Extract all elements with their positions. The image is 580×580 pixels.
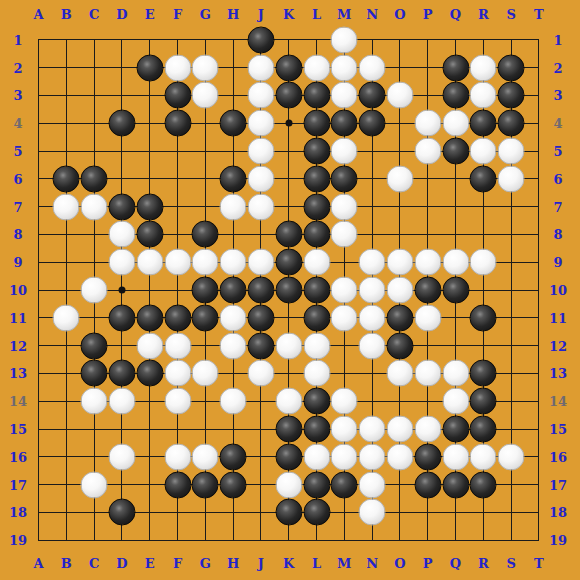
stone-white-N18: [359, 499, 386, 526]
row-label-left-12: 12: [9, 339, 27, 352]
col-label-bottom-A: A: [33, 557, 43, 570]
stone-white-M5: [331, 138, 358, 165]
col-label-top-M: M: [337, 8, 351, 21]
stone-white-R3: [470, 82, 497, 109]
stone-white-S6: [498, 165, 525, 192]
row-label-right-14: 14: [549, 395, 567, 408]
col-label-bottom-F: F: [173, 557, 182, 570]
star-point-K4: [285, 120, 292, 127]
stone-black-K10: [275, 277, 302, 304]
stone-black-E8: [136, 221, 163, 248]
stone-black-L10: [303, 277, 330, 304]
stone-white-C14: [81, 388, 108, 415]
stone-white-H7: [220, 193, 247, 220]
stone-black-R14: [470, 388, 497, 415]
row-label-left-5: 5: [13, 145, 22, 158]
stone-white-N2: [359, 54, 386, 81]
stone-black-H4: [220, 110, 247, 137]
stone-white-K17: [275, 471, 302, 498]
stone-white-N12: [359, 332, 386, 359]
grid-line-horizontal-19: [38, 540, 539, 541]
stone-black-K9: [275, 249, 302, 276]
stone-white-L12: [303, 332, 330, 359]
stone-black-D11: [108, 304, 135, 331]
col-label-top-S: S: [506, 8, 515, 21]
stone-white-J2: [247, 54, 274, 81]
stone-black-F11: [164, 304, 191, 331]
stone-white-J5: [247, 138, 274, 165]
stone-black-K8: [275, 221, 302, 248]
stone-white-O6: [386, 165, 413, 192]
stone-black-O12: [386, 332, 413, 359]
col-label-top-D: D: [116, 8, 127, 21]
col-label-bottom-L: L: [312, 557, 321, 570]
stone-white-F12: [164, 332, 191, 359]
stone-black-K15: [275, 416, 302, 443]
row-label-left-9: 9: [13, 256, 22, 269]
row-label-right-18: 18: [549, 506, 567, 519]
row-label-right-6: 6: [553, 172, 562, 185]
stone-black-G17: [192, 471, 219, 498]
stone-white-O16: [386, 443, 413, 470]
stone-black-R17: [470, 471, 497, 498]
stone-black-F3: [164, 82, 191, 109]
stone-black-L11: [303, 304, 330, 331]
stone-black-F4: [164, 110, 191, 137]
stone-black-Q17: [442, 471, 469, 498]
stone-white-H9: [220, 249, 247, 276]
col-label-bottom-B: B: [61, 557, 72, 570]
stone-black-D7: [108, 193, 135, 220]
stone-black-L5: [303, 138, 330, 165]
stone-white-E9: [136, 249, 163, 276]
col-label-bottom-Q: Q: [450, 557, 461, 570]
row-label-left-7: 7: [13, 200, 22, 213]
stone-white-P5: [414, 138, 441, 165]
row-label-left-15: 15: [9, 423, 27, 436]
go-board[interactable]: AABBCCDDEEFFGGHHJJKKLLMMNNOOPPQQRRSSTT11…: [0, 0, 580, 580]
stone-white-J3: [247, 82, 274, 109]
col-label-top-T: T: [534, 8, 544, 21]
stone-black-N3: [359, 82, 386, 109]
col-label-bottom-E: E: [145, 557, 155, 570]
stone-black-R6: [470, 165, 497, 192]
row-label-right-10: 10: [549, 284, 567, 297]
stone-black-R4: [470, 110, 497, 137]
stone-white-N9: [359, 249, 386, 276]
row-label-right-19: 19: [549, 534, 567, 547]
stone-white-M15: [331, 416, 358, 443]
stone-black-K2: [275, 54, 302, 81]
row-label-right-16: 16: [549, 450, 567, 463]
stone-white-G3: [192, 82, 219, 109]
stone-white-M1: [331, 26, 358, 53]
stone-black-G8: [192, 221, 219, 248]
stone-white-F9: [164, 249, 191, 276]
col-label-top-G: G: [200, 8, 211, 21]
col-label-bottom-G: G: [200, 557, 211, 570]
stone-white-Q4: [442, 110, 469, 137]
stone-black-E2: [136, 54, 163, 81]
row-label-right-13: 13: [549, 367, 567, 380]
stone-white-P9: [414, 249, 441, 276]
row-label-left-13: 13: [9, 367, 27, 380]
stone-white-Q9: [442, 249, 469, 276]
stone-white-D8: [108, 221, 135, 248]
stone-white-P13: [414, 360, 441, 387]
col-label-top-L: L: [312, 8, 321, 21]
stone-black-P17: [414, 471, 441, 498]
stone-white-G2: [192, 54, 219, 81]
row-label-left-2: 2: [13, 61, 22, 74]
stone-white-D14: [108, 388, 135, 415]
col-label-bottom-T: T: [534, 557, 544, 570]
stone-black-P16: [414, 443, 441, 470]
stone-black-K3: [275, 82, 302, 109]
stone-black-H6: [220, 165, 247, 192]
row-label-left-17: 17: [9, 478, 27, 491]
stone-white-K12: [275, 332, 302, 359]
stone-white-J13: [247, 360, 274, 387]
grid-line-horizontal-1: [38, 39, 539, 40]
stone-black-S3: [498, 82, 525, 109]
col-label-bottom-P: P: [423, 557, 433, 570]
stone-black-E11: [136, 304, 163, 331]
star-point-D10: [118, 287, 125, 294]
stone-black-L14: [303, 388, 330, 415]
stone-black-Q2: [442, 54, 469, 81]
stone-white-M16: [331, 443, 358, 470]
stone-white-G9: [192, 249, 219, 276]
col-label-bottom-R: R: [478, 557, 489, 570]
stone-white-H11: [220, 304, 247, 331]
stone-white-C17: [81, 471, 108, 498]
stone-black-D18: [108, 499, 135, 526]
stone-white-M8: [331, 221, 358, 248]
row-label-left-1: 1: [13, 33, 22, 46]
stone-white-L9: [303, 249, 330, 276]
grid-line-horizontal-6: [38, 178, 539, 179]
col-label-top-J: J: [258, 8, 264, 21]
stone-black-R13: [470, 360, 497, 387]
row-label-right-8: 8: [553, 228, 562, 241]
stone-black-K16: [275, 443, 302, 470]
col-label-top-P: P: [423, 8, 433, 21]
stone-white-O10: [386, 277, 413, 304]
stone-black-C6: [81, 165, 108, 192]
stone-black-J10: [247, 277, 274, 304]
stone-black-L17: [303, 471, 330, 498]
stone-black-N4: [359, 110, 386, 137]
stone-white-M3: [331, 82, 358, 109]
stone-white-E12: [136, 332, 163, 359]
stone-black-G11: [192, 304, 219, 331]
stone-white-M14: [331, 388, 358, 415]
stone-white-O3: [386, 82, 413, 109]
row-label-right-11: 11: [549, 311, 567, 324]
stone-black-D13: [108, 360, 135, 387]
stone-white-R9: [470, 249, 497, 276]
stone-white-P4: [414, 110, 441, 137]
stone-white-S5: [498, 138, 525, 165]
stone-white-J7: [247, 193, 274, 220]
col-label-top-K: K: [283, 8, 294, 21]
stone-white-H14: [220, 388, 247, 415]
stone-white-N17: [359, 471, 386, 498]
stone-black-F17: [164, 471, 191, 498]
stone-black-L7: [303, 193, 330, 220]
stone-white-R16: [470, 443, 497, 470]
col-label-top-C: C: [89, 8, 99, 21]
col-label-top-R: R: [478, 8, 489, 21]
col-label-top-B: B: [61, 8, 72, 21]
col-label-top-O: O: [394, 8, 405, 21]
stone-black-L6: [303, 165, 330, 192]
stone-black-R11: [470, 304, 497, 331]
stone-black-D4: [108, 110, 135, 137]
stone-white-L2: [303, 54, 330, 81]
stone-white-O9: [386, 249, 413, 276]
stone-white-L16: [303, 443, 330, 470]
stone-white-J9: [247, 249, 274, 276]
row-label-left-8: 8: [13, 228, 22, 241]
row-label-right-17: 17: [549, 478, 567, 491]
col-label-top-F: F: [173, 8, 182, 21]
stone-white-F13: [164, 360, 191, 387]
stone-white-G16: [192, 443, 219, 470]
stone-white-D16: [108, 443, 135, 470]
stone-black-Q15: [442, 416, 469, 443]
stone-white-M7: [331, 193, 358, 220]
stone-black-Q10: [442, 277, 469, 304]
row-label-right-3: 3: [553, 89, 562, 102]
stone-black-C13: [81, 360, 108, 387]
stone-white-D9: [108, 249, 135, 276]
stone-white-O15: [386, 416, 413, 443]
stone-white-M10: [331, 277, 358, 304]
stone-white-R5: [470, 138, 497, 165]
stone-white-B7: [53, 193, 80, 220]
row-label-left-18: 18: [9, 506, 27, 519]
stone-black-Q3: [442, 82, 469, 109]
col-label-bottom-N: N: [366, 557, 378, 570]
stone-black-O11: [386, 304, 413, 331]
stone-white-M2: [331, 54, 358, 81]
stone-white-Q14: [442, 388, 469, 415]
stone-black-Q5: [442, 138, 469, 165]
col-label-top-N: N: [366, 8, 378, 21]
col-label-top-E: E: [145, 8, 155, 21]
stone-black-L8: [303, 221, 330, 248]
row-label-right-7: 7: [553, 200, 562, 213]
row-label-left-10: 10: [9, 284, 27, 297]
col-label-top-A: A: [33, 8, 43, 21]
row-label-left-3: 3: [13, 89, 22, 102]
stone-white-N11: [359, 304, 386, 331]
stone-black-B6: [53, 165, 80, 192]
stone-black-H17: [220, 471, 247, 498]
stone-white-C10: [81, 277, 108, 304]
stone-black-R15: [470, 416, 497, 443]
stone-black-K18: [275, 499, 302, 526]
col-label-bottom-D: D: [116, 557, 127, 570]
stone-black-C12: [81, 332, 108, 359]
stone-black-E13: [136, 360, 163, 387]
stone-black-P10: [414, 277, 441, 304]
stone-white-F14: [164, 388, 191, 415]
col-label-bottom-S: S: [506, 557, 515, 570]
stone-white-J4: [247, 110, 274, 137]
stone-white-O13: [386, 360, 413, 387]
stone-white-F16: [164, 443, 191, 470]
stone-white-Q16: [442, 443, 469, 470]
stone-black-L15: [303, 416, 330, 443]
stone-black-S2: [498, 54, 525, 81]
stone-white-N16: [359, 443, 386, 470]
stone-white-S16: [498, 443, 525, 470]
stone-black-E7: [136, 193, 163, 220]
row-label-right-12: 12: [549, 339, 567, 352]
col-label-bottom-M: M: [337, 557, 351, 570]
row-label-right-15: 15: [549, 423, 567, 436]
stone-white-B11: [53, 304, 80, 331]
stone-black-M17: [331, 471, 358, 498]
stone-white-C7: [81, 193, 108, 220]
col-label-bottom-O: O: [394, 557, 405, 570]
row-label-left-19: 19: [9, 534, 27, 547]
stone-black-S4: [498, 110, 525, 137]
stone-white-F2: [164, 54, 191, 81]
stone-white-J6: [247, 165, 274, 192]
stone-black-G10: [192, 277, 219, 304]
row-label-left-11: 11: [9, 311, 27, 324]
stone-black-J11: [247, 304, 274, 331]
col-label-bottom-K: K: [283, 557, 294, 570]
stone-white-M11: [331, 304, 358, 331]
stone-white-H12: [220, 332, 247, 359]
stone-black-H10: [220, 277, 247, 304]
row-label-left-6: 6: [13, 172, 22, 185]
col-label-top-H: H: [227, 8, 239, 21]
row-label-left-14: 14: [9, 395, 27, 408]
col-label-top-Q: Q: [450, 8, 461, 21]
stone-white-P15: [414, 416, 441, 443]
stone-white-R2: [470, 54, 497, 81]
stone-white-Q13: [442, 360, 469, 387]
row-label-left-16: 16: [9, 450, 27, 463]
col-label-bottom-C: C: [89, 557, 99, 570]
col-label-bottom-J: J: [258, 557, 264, 570]
stone-white-P11: [414, 304, 441, 331]
stone-white-K14: [275, 388, 302, 415]
row-label-right-1: 1: [553, 33, 562, 46]
stone-white-G13: [192, 360, 219, 387]
stone-white-L13: [303, 360, 330, 387]
row-label-right-5: 5: [553, 145, 562, 158]
row-label-right-4: 4: [553, 117, 562, 130]
stone-black-H16: [220, 443, 247, 470]
stone-black-J1: [247, 26, 274, 53]
stone-black-M4: [331, 110, 358, 137]
stone-black-L4: [303, 110, 330, 137]
stone-black-L3: [303, 82, 330, 109]
stone-black-M6: [331, 165, 358, 192]
stone-white-N10: [359, 277, 386, 304]
stone-black-L18: [303, 499, 330, 526]
row-label-right-2: 2: [553, 61, 562, 74]
row-label-right-9: 9: [553, 256, 562, 269]
col-label-bottom-H: H: [227, 557, 239, 570]
stone-black-J12: [247, 332, 274, 359]
stone-white-N15: [359, 416, 386, 443]
row-label-left-4: 4: [13, 117, 22, 130]
